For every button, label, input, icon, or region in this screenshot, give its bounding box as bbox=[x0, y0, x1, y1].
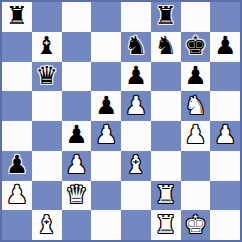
square-h8[interactable] bbox=[210, 2, 240, 32]
piece-white-pawn[interactable]: ♟ bbox=[184, 122, 206, 147]
square-a6[interactable] bbox=[2, 62, 32, 92]
square-f2[interactable]: ♜ bbox=[151, 181, 181, 211]
square-b3[interactable] bbox=[32, 151, 62, 181]
piece-black-pawn[interactable]: ♟ bbox=[6, 152, 28, 177]
square-d2[interactable] bbox=[91, 181, 121, 211]
square-g1[interactable]: ♚ bbox=[181, 210, 211, 240]
square-c7[interactable] bbox=[62, 32, 92, 62]
square-a5[interactable] bbox=[2, 91, 32, 121]
square-e8[interactable] bbox=[121, 2, 151, 32]
piece-white-bishop[interactable]: ♝ bbox=[125, 152, 147, 177]
piece-black-rook[interactable]: ♜ bbox=[6, 3, 28, 28]
square-h7[interactable]: ♟ bbox=[210, 32, 240, 62]
square-g6[interactable]: ♟ bbox=[181, 62, 211, 92]
square-d1[interactable] bbox=[91, 210, 121, 240]
chess-board: ♜♜♝♞♞♚♟♛♟♟♟♟♞♟♟♟♟♟♟♝♟♛♜♝♜♚ bbox=[0, 0, 242, 242]
square-f1[interactable]: ♜ bbox=[151, 210, 181, 240]
square-b4[interactable] bbox=[32, 121, 62, 151]
square-c4[interactable]: ♟ bbox=[62, 121, 92, 151]
square-f3[interactable] bbox=[151, 151, 181, 181]
piece-white-knight[interactable]: ♞ bbox=[184, 93, 206, 118]
square-h5[interactable] bbox=[210, 91, 240, 121]
square-a8[interactable]: ♜ bbox=[2, 2, 32, 32]
piece-black-pawn[interactable]: ♟ bbox=[95, 93, 117, 118]
square-e4[interactable] bbox=[121, 121, 151, 151]
square-b2[interactable] bbox=[32, 181, 62, 211]
square-h3[interactable] bbox=[210, 151, 240, 181]
square-e1[interactable] bbox=[121, 210, 151, 240]
piece-black-king[interactable]: ♚ bbox=[184, 33, 206, 58]
piece-white-king[interactable]: ♚ bbox=[184, 212, 206, 237]
piece-black-knight[interactable]: ♞ bbox=[125, 33, 147, 58]
square-a4[interactable] bbox=[2, 121, 32, 151]
square-f7[interactable]: ♞ bbox=[151, 32, 181, 62]
square-f8[interactable]: ♜ bbox=[151, 2, 181, 32]
piece-black-knight[interactable]: ♞ bbox=[154, 33, 176, 58]
square-g7[interactable]: ♚ bbox=[181, 32, 211, 62]
square-d5[interactable]: ♟ bbox=[91, 91, 121, 121]
square-a3[interactable]: ♟ bbox=[2, 151, 32, 181]
square-e3[interactable]: ♝ bbox=[121, 151, 151, 181]
square-d4[interactable]: ♟ bbox=[91, 121, 121, 151]
square-a7[interactable] bbox=[2, 32, 32, 62]
piece-white-rook[interactable]: ♜ bbox=[154, 212, 176, 237]
square-e6[interactable]: ♟ bbox=[121, 62, 151, 92]
piece-white-pawn[interactable]: ♟ bbox=[125, 93, 147, 118]
square-e7[interactable]: ♞ bbox=[121, 32, 151, 62]
square-h6[interactable] bbox=[210, 62, 240, 92]
piece-black-queen[interactable]: ♛ bbox=[35, 63, 57, 88]
square-g5[interactable]: ♞ bbox=[181, 91, 211, 121]
square-b8[interactable] bbox=[32, 2, 62, 32]
square-h4[interactable]: ♟ bbox=[210, 121, 240, 151]
square-b7[interactable]: ♝ bbox=[32, 32, 62, 62]
piece-white-pawn[interactable]: ♟ bbox=[95, 122, 117, 147]
square-h2[interactable] bbox=[210, 181, 240, 211]
square-c2[interactable]: ♛ bbox=[62, 181, 92, 211]
piece-black-pawn[interactable]: ♟ bbox=[125, 63, 147, 88]
square-b1[interactable]: ♝ bbox=[32, 210, 62, 240]
square-c8[interactable] bbox=[62, 2, 92, 32]
square-g2[interactable] bbox=[181, 181, 211, 211]
square-g3[interactable] bbox=[181, 151, 211, 181]
piece-black-rook[interactable]: ♜ bbox=[154, 3, 176, 28]
piece-black-pawn[interactable]: ♟ bbox=[184, 63, 206, 88]
square-c6[interactable] bbox=[62, 62, 92, 92]
square-a2[interactable]: ♟ bbox=[2, 181, 32, 211]
square-f4[interactable] bbox=[151, 121, 181, 151]
square-e2[interactable] bbox=[121, 181, 151, 211]
square-g4[interactable]: ♟ bbox=[181, 121, 211, 151]
piece-white-pawn[interactable]: ♟ bbox=[65, 152, 87, 177]
square-d3[interactable] bbox=[91, 151, 121, 181]
square-e5[interactable]: ♟ bbox=[121, 91, 151, 121]
piece-white-pawn[interactable]: ♟ bbox=[214, 122, 236, 147]
square-f6[interactable] bbox=[151, 62, 181, 92]
piece-white-rook[interactable]: ♜ bbox=[154, 182, 176, 207]
piece-white-queen[interactable]: ♛ bbox=[65, 182, 87, 207]
square-c5[interactable] bbox=[62, 91, 92, 121]
piece-white-pawn[interactable]: ♟ bbox=[6, 182, 28, 207]
square-b5[interactable] bbox=[32, 91, 62, 121]
square-a1[interactable] bbox=[2, 210, 32, 240]
square-b6[interactable]: ♛ bbox=[32, 62, 62, 92]
square-d6[interactable] bbox=[91, 62, 121, 92]
piece-black-bishop[interactable]: ♝ bbox=[35, 33, 57, 58]
square-d7[interactable] bbox=[91, 32, 121, 62]
square-c1[interactable] bbox=[62, 210, 92, 240]
square-d8[interactable] bbox=[91, 2, 121, 32]
piece-black-pawn[interactable]: ♟ bbox=[214, 33, 236, 58]
piece-white-bishop[interactable]: ♝ bbox=[35, 212, 57, 237]
piece-black-pawn[interactable]: ♟ bbox=[65, 122, 87, 147]
square-h1[interactable] bbox=[210, 210, 240, 240]
square-c3[interactable]: ♟ bbox=[62, 151, 92, 181]
square-f5[interactable] bbox=[151, 91, 181, 121]
square-g8[interactable] bbox=[181, 2, 211, 32]
